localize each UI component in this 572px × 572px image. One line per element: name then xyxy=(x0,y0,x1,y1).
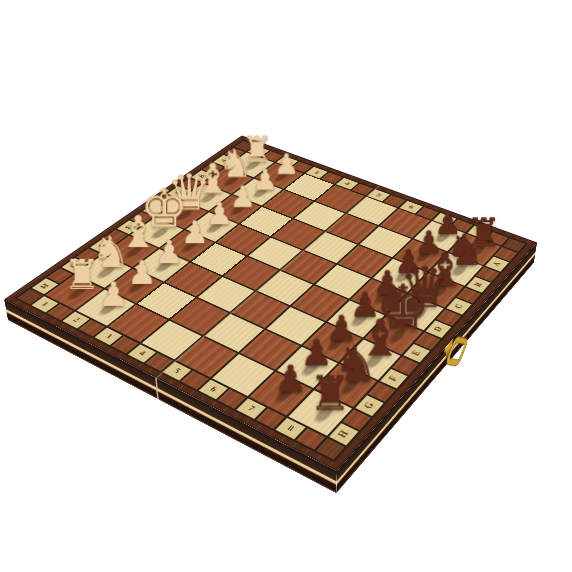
coordinate-label-text: F xyxy=(388,375,400,383)
coordinate-label-text: A xyxy=(492,261,503,267)
coordinate-label-text: H xyxy=(39,283,51,290)
chess-board-3d: HGFEDCBA1♜♞♝♚♛♝♞♜12♟♟♟♟♟♟♟♟2334455667♟♟♟… xyxy=(4,136,537,472)
piece-white-pawn[interactable]: ♟ xyxy=(127,256,156,289)
coordinate-label-text: 5 xyxy=(375,193,383,198)
coordinate-label-text: 4 xyxy=(137,350,147,357)
coordinate-label-text: 5 xyxy=(172,367,182,375)
piece-black-rook[interactable]: ♜ xyxy=(308,370,350,417)
coordinate-label-text: 2 xyxy=(71,316,81,323)
board-top-face: HGFEDCBA1♜♞♝♚♛♝♞♜12♟♟♟♟♟♟♟♟2334455667♟♟♟… xyxy=(4,136,537,472)
coordinate-label-text: 3 xyxy=(313,170,321,175)
scene: HGFEDCBA1♜♞♝♚♛♝♞♜12♟♟♟♟♟♟♟♟2334455667♟♟♟… xyxy=(0,0,572,572)
coordinate-label-text: 1 xyxy=(40,301,50,308)
piece-white-rook[interactable]: ♜ xyxy=(63,254,100,295)
board-grid: HGFEDCBA1♜♞♝♚♛♝♞♜12♟♟♟♟♟♟♟♟2334455667♟♟♟… xyxy=(18,141,526,460)
piece-white-pawn[interactable]: ♟ xyxy=(154,236,183,268)
piece-white-pawn[interactable]: ♟ xyxy=(205,199,232,229)
coordinate-label-text: C xyxy=(453,303,465,310)
coordinate-label-text: H xyxy=(337,430,351,440)
piece-white-pawn[interactable]: ♟ xyxy=(181,217,209,248)
piece-black-pawn[interactable]: ♟ xyxy=(273,360,306,397)
coordinate-label-text: B xyxy=(473,282,484,288)
coordinate-label-text: 6 xyxy=(407,204,415,209)
coordinate-label-text: D xyxy=(432,326,444,333)
board-frame: HGFEDCBA1♜♞♝♚♛♝♞♜12♟♟♟♟♟♟♟♟2334455667♟♟♟… xyxy=(6,136,536,470)
coordinate-label-text: G xyxy=(363,401,376,410)
product-photo-chess-set: HGFEDCBA1♜♞♝♚♛♝♞♜12♟♟♟♟♟♟♟♟2334455667♟♟♟… xyxy=(0,0,572,572)
coordinate-label-text: 6 xyxy=(208,385,218,393)
coordinate-label-text: 8 xyxy=(285,424,296,433)
coordinate-label-text: 7 xyxy=(246,404,257,412)
rail-fold-seam xyxy=(155,377,159,399)
coordinate-label-text: 3 xyxy=(103,333,113,340)
coordinate-label-text: 4 xyxy=(343,181,351,186)
piece-white-pawn[interactable]: ♟ xyxy=(98,277,128,311)
board-gridwrap: HGFEDCBA1♜♞♝♚♛♝♞♜12♟♟♟♟♟♟♟♟2334455667♟♟♟… xyxy=(15,140,529,462)
coordinate-label-text: E xyxy=(411,350,423,357)
